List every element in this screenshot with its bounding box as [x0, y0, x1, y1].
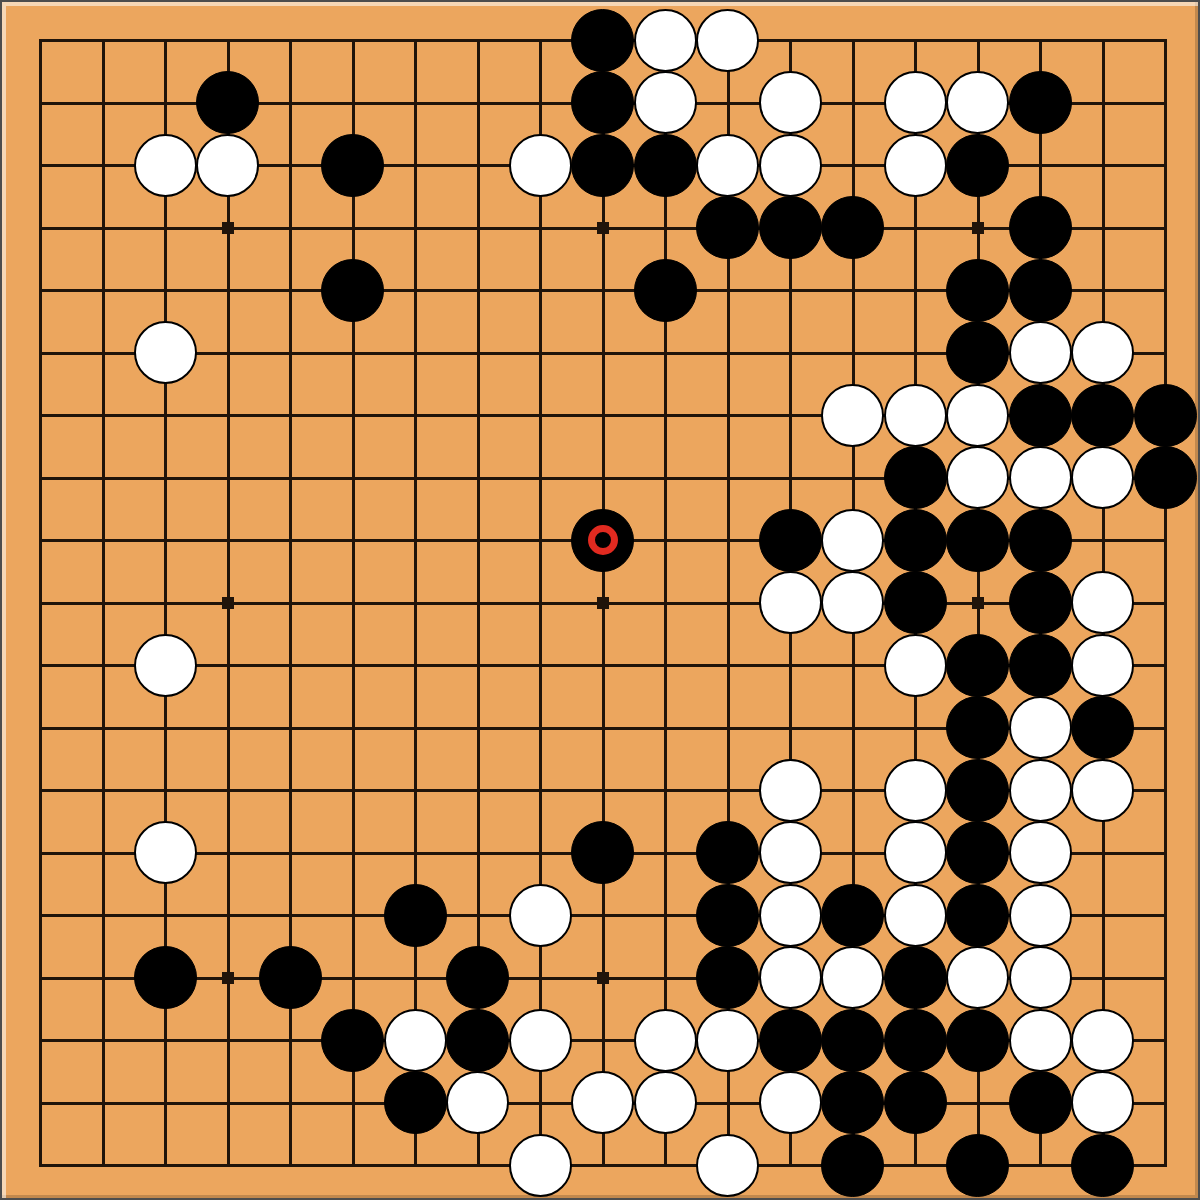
stone-black[interactable]	[196, 71, 259, 134]
stone-black[interactable]	[821, 1134, 884, 1197]
stone-white[interactable]	[696, 9, 759, 72]
stone-white[interactable]	[884, 634, 947, 697]
stone-black[interactable]	[384, 884, 447, 947]
stone-black[interactable]	[946, 1009, 1009, 1072]
stone-white[interactable]	[1071, 571, 1134, 634]
stone-black[interactable]	[884, 946, 947, 1009]
stone-black[interactable]	[946, 134, 1009, 197]
stone-white[interactable]	[134, 321, 197, 384]
stone-white[interactable]	[134, 634, 197, 697]
stone-white[interactable]	[759, 71, 822, 134]
stone-black[interactable]	[946, 259, 1009, 322]
last-move-marker	[588, 525, 618, 555]
stone-black[interactable]	[946, 1134, 1009, 1197]
stone-white[interactable]	[884, 759, 947, 822]
stone-white[interactable]	[1009, 821, 1072, 884]
stone-black[interactable]	[884, 509, 947, 572]
stone-black[interactable]	[946, 821, 1009, 884]
grid-line-vertical	[664, 39, 667, 1167]
star-point	[597, 222, 609, 234]
screenshot-stage	[0, 0, 1200, 1200]
stone-white[interactable]	[196, 134, 259, 197]
stone-white[interactable]	[1009, 696, 1072, 759]
stone-black[interactable]	[821, 884, 884, 947]
stone-black[interactable]	[821, 196, 884, 259]
stone-white[interactable]	[759, 946, 822, 1009]
stone-white[interactable]	[634, 1071, 697, 1134]
stone-white[interactable]	[759, 821, 822, 884]
stone-white[interactable]	[946, 384, 1009, 447]
stone-black[interactable]	[321, 1009, 384, 1072]
stone-black[interactable]	[884, 571, 947, 634]
stone-white[interactable]	[1071, 1009, 1134, 1072]
stone-white[interactable]	[1009, 759, 1072, 822]
stone-white[interactable]	[384, 1009, 447, 1072]
stone-white[interactable]	[1009, 946, 1072, 1009]
stone-black[interactable]	[821, 1009, 884, 1072]
stone-black[interactable]	[134, 946, 197, 1009]
stone-white[interactable]	[1009, 884, 1072, 947]
stone-black[interactable]	[571, 821, 634, 884]
stone-white[interactable]	[759, 1071, 822, 1134]
star-point	[597, 597, 609, 609]
stone-white[interactable]	[509, 134, 572, 197]
star-point	[972, 222, 984, 234]
stone-white[interactable]	[946, 946, 1009, 1009]
stone-white[interactable]	[759, 134, 822, 197]
star-point	[222, 222, 234, 234]
stone-black[interactable]	[696, 946, 759, 1009]
stone-white[interactable]	[759, 759, 822, 822]
stone-white[interactable]	[509, 884, 572, 947]
stone-black[interactable]	[571, 9, 634, 72]
stone-black[interactable]	[759, 509, 822, 572]
stone-white[interactable]	[134, 821, 197, 884]
stone-black[interactable]	[884, 1009, 947, 1072]
stone-white[interactable]	[884, 71, 947, 134]
stone-white[interactable]	[946, 71, 1009, 134]
stone-black[interactable]	[1009, 384, 1072, 447]
star-point	[222, 972, 234, 984]
stone-black[interactable]	[759, 1009, 822, 1072]
stone-black[interactable]	[1009, 509, 1072, 572]
stone-black[interactable]	[634, 259, 697, 322]
stone-black[interactable]	[759, 196, 822, 259]
stone-white[interactable]	[1071, 1071, 1134, 1134]
stone-black[interactable]	[321, 134, 384, 197]
stone-black[interactable]	[946, 884, 1009, 947]
stone-black[interactable]	[259, 946, 322, 1009]
stone-white[interactable]	[1071, 759, 1134, 822]
grid-line-vertical	[1164, 39, 1167, 1167]
stone-white[interactable]	[696, 1134, 759, 1197]
stone-white[interactable]	[634, 9, 697, 72]
stone-white[interactable]	[946, 446, 1009, 509]
stone-white[interactable]	[821, 571, 884, 634]
stone-black[interactable]	[946, 321, 1009, 384]
stone-black[interactable]	[696, 884, 759, 947]
stone-white[interactable]	[884, 384, 947, 447]
stone-black[interactable]	[446, 946, 509, 1009]
stone-black[interactable]	[884, 1071, 947, 1134]
stone-black[interactable]	[946, 696, 1009, 759]
stone-white[interactable]	[821, 509, 884, 572]
stone-white[interactable]	[1071, 634, 1134, 697]
stone-black[interactable]	[1009, 259, 1072, 322]
stone-black[interactable]	[696, 821, 759, 884]
stone-black[interactable]	[1009, 1071, 1072, 1134]
stone-black[interactable]	[696, 196, 759, 259]
stone-white[interactable]	[884, 134, 947, 197]
stone-black[interactable]	[1071, 1134, 1134, 1197]
stone-black[interactable]	[884, 446, 947, 509]
stone-white[interactable]	[634, 1009, 697, 1072]
stone-white[interactable]	[696, 1009, 759, 1072]
stone-black[interactable]	[946, 509, 1009, 572]
stone-black[interactable]	[1009, 634, 1072, 697]
stone-black[interactable]	[1009, 71, 1072, 134]
stone-white[interactable]	[509, 1134, 572, 1197]
stone-black[interactable]	[946, 759, 1009, 822]
stone-black[interactable]	[1009, 196, 1072, 259]
stone-black[interactable]	[1009, 571, 1072, 634]
stone-white[interactable]	[134, 134, 197, 197]
stone-white[interactable]	[1009, 321, 1072, 384]
stone-white[interactable]	[821, 384, 884, 447]
stone-white[interactable]	[759, 884, 822, 947]
stone-white[interactable]	[446, 1071, 509, 1134]
star-point	[597, 972, 609, 984]
stone-black[interactable]	[1071, 696, 1134, 759]
stone-black[interactable]	[571, 134, 634, 197]
stone-white[interactable]	[1071, 321, 1134, 384]
star-point	[972, 597, 984, 609]
star-point	[222, 597, 234, 609]
stone-white[interactable]	[696, 134, 759, 197]
stone-black[interactable]	[1134, 446, 1197, 509]
stone-white[interactable]	[821, 946, 884, 1009]
stone-white[interactable]	[1009, 446, 1072, 509]
stone-black[interactable]	[384, 1071, 447, 1134]
stone-white[interactable]	[634, 71, 697, 134]
stone-white[interactable]	[1009, 1009, 1072, 1072]
stone-black[interactable]	[446, 1009, 509, 1072]
stone-black[interactable]	[634, 134, 697, 197]
stone-white[interactable]	[509, 1009, 572, 1072]
stone-black[interactable]	[571, 71, 634, 134]
stone-white[interactable]	[884, 884, 947, 947]
stone-black[interactable]	[1134, 384, 1197, 447]
stone-white[interactable]	[571, 1071, 634, 1134]
stone-black[interactable]	[321, 259, 384, 322]
stone-black[interactable]	[821, 1071, 884, 1134]
stone-white[interactable]	[1071, 446, 1134, 509]
go-board[interactable]	[0, 0, 1200, 1200]
stone-black[interactable]	[946, 634, 1009, 697]
stone-black[interactable]	[1071, 384, 1134, 447]
stone-white[interactable]	[759, 571, 822, 634]
stone-white[interactable]	[884, 821, 947, 884]
